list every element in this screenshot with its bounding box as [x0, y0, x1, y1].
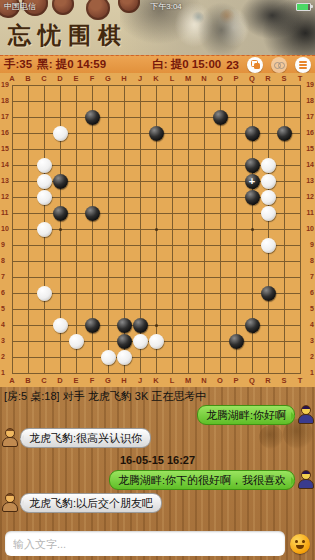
avatar: [2, 428, 17, 446]
coord-letter: M: [180, 376, 196, 385]
coord-number: 16: [306, 125, 314, 141]
star-point: [251, 228, 254, 231]
coord-number: 2: [306, 349, 314, 365]
coord-number: 19: [306, 77, 314, 93]
coord-number: 13: [1, 173, 9, 189]
coord-letter: S: [276, 376, 292, 385]
star-point: [59, 228, 62, 231]
chat-message-row: 龙虎飞豹:很高兴认识你: [2, 428, 313, 448]
black-stone-H4: [117, 318, 132, 333]
white-stone-J3: [133, 334, 148, 349]
black-stone-Q12: [245, 190, 260, 205]
black-stone-F17: [85, 110, 100, 125]
black-stone-O17: [213, 110, 228, 125]
black-stone-J4: [133, 318, 148, 333]
coord-letter: L: [164, 74, 180, 83]
coord-letter: H: [116, 376, 132, 385]
coord-letter: H: [116, 74, 132, 83]
coord-letter: C: [36, 74, 52, 83]
coord-letter: E: [68, 376, 84, 385]
coord-number: 15: [1, 141, 9, 157]
coord-letter: C: [36, 376, 52, 385]
coord-letter: J: [132, 74, 148, 83]
coord-letter: B: [20, 74, 36, 83]
byoyomi-countdown: 23: [226, 59, 239, 71]
coord-number: 19: [1, 77, 9, 93]
coord-number: 6: [1, 285, 9, 301]
coord-number: 4: [1, 317, 9, 333]
header: 中国电信 下午3:04 忘忧围棋: [0, 0, 315, 55]
coord-number: 3: [306, 333, 314, 349]
white-stone-K3: [149, 334, 164, 349]
coord-number: 3: [1, 333, 9, 349]
coord-number: 8: [1, 253, 9, 269]
coord-letter: F: [84, 74, 100, 83]
coord-letter: D: [52, 376, 68, 385]
black-stone-Q13: +: [245, 174, 260, 189]
avatar: [298, 405, 313, 423]
white-stone-R9: [261, 238, 276, 253]
black-stone-S16: [277, 126, 292, 141]
coord-number: 10: [306, 221, 314, 237]
room-status-line: [房:5 桌:18] 对手 龙虎飞豹 3K 正在思考中: [0, 387, 315, 404]
chat-message-row: 龙虎飞豹:以后交个朋友吧: [2, 493, 313, 513]
coord-letter: K: [148, 376, 164, 385]
star-point: [155, 324, 158, 327]
white-clock-label: 白: 提0 15:00: [152, 57, 221, 72]
coord-number: 5: [306, 301, 314, 317]
chat-bubble: 龙虎飞豹:以后交个朋友吧: [20, 493, 162, 513]
coord-letter: E: [68, 74, 84, 83]
coord-number: 6: [306, 285, 314, 301]
battery-icon: [296, 3, 311, 11]
coord-number: 17: [1, 109, 9, 125]
coord-letter: M: [180, 74, 196, 83]
coord-number: 9: [1, 237, 9, 253]
black-stone-P3: [229, 334, 244, 349]
coord-number: 15: [306, 141, 314, 157]
black-stone-Q4: [245, 318, 260, 333]
go-board-area: ABCDEFGHJKLMNOPQRST 19181716151413121110…: [0, 73, 315, 387]
coord-letter: O: [212, 376, 228, 385]
black-stone-D13: [53, 174, 68, 189]
white-stone-D16: [53, 126, 68, 141]
white-stone-C6: [37, 286, 52, 301]
black-stone-H3: [117, 334, 132, 349]
game-info-bar: 手:35 黑: 提0 14:59 白: 提0 15:00 23: [0, 55, 315, 73]
coord-number: 12: [306, 189, 314, 205]
black-stone-Q14: [245, 158, 260, 173]
white-stone-E3: [69, 334, 84, 349]
coord-number: 17: [306, 109, 314, 125]
coord-letter: N: [196, 376, 212, 385]
coord-letter: P: [228, 74, 244, 83]
link-button-disabled: [271, 57, 287, 73]
coord-number: 9: [306, 237, 314, 253]
white-stone-C12: [37, 190, 52, 205]
coord-number: 11: [1, 205, 9, 221]
clock-label: 下午3:04: [150, 1, 182, 12]
coord-number: 5: [1, 301, 9, 317]
black-clock-label: 黑: 提0 14:59: [37, 57, 106, 72]
coord-letter: Q: [244, 74, 260, 83]
coord-number: 2: [1, 349, 9, 365]
star-point: [155, 228, 158, 231]
coord-number: 13: [306, 173, 314, 189]
white-stone-G2: [101, 350, 116, 365]
coord-letter: T: [292, 376, 308, 385]
coord-number: 8: [306, 253, 314, 269]
coord-letter: O: [212, 74, 228, 83]
avatar-torso: [298, 479, 314, 489]
chat-panel: [房:5 桌:18] 对手 龙虎飞豹 3K 正在思考中 龙腾湖畔:你好啊龙虎飞豹…: [0, 387, 315, 560]
coord-letter: A: [4, 376, 20, 385]
app-window: 中国电信 下午3:04 忘忧围棋 手:35 黑: 提0 14:59 白: 提0 …: [0, 0, 315, 560]
emoji-button[interactable]: [290, 534, 310, 554]
black-stone-F11: [85, 206, 100, 221]
coord-number: 12: [1, 189, 9, 205]
chat-bubble: 龙腾湖畔:你好啊: [197, 405, 295, 425]
menu-button[interactable]: [295, 57, 311, 73]
status-bar: 中国电信 下午3:04: [0, 0, 315, 13]
chat-input-row: [0, 531, 315, 556]
app-title: 忘忧围棋: [8, 20, 128, 51]
coord-letter: G: [100, 376, 116, 385]
chat-text-input[interactable]: [5, 531, 285, 556]
white-stone-R11: [261, 206, 276, 221]
white-stone-D4: [53, 318, 68, 333]
coord-letter: D: [52, 74, 68, 83]
coord-number: 10: [1, 221, 9, 237]
coord-number: 18: [1, 93, 9, 109]
white-stone-R14: [261, 158, 276, 173]
white-stone-H2: [117, 350, 132, 365]
coord-letter: G: [100, 74, 116, 83]
chat-bubble: 龙腾湖畔:你下的很好啊，我很喜欢: [109, 470, 295, 490]
black-stone-F4: [85, 318, 100, 333]
coord-number: 16: [1, 125, 9, 141]
avatar: [298, 470, 313, 488]
coord-number: 14: [306, 157, 314, 173]
carrier-label: 中国电信: [4, 1, 36, 12]
coord-letter: N: [196, 74, 212, 83]
coord-number: 4: [306, 317, 314, 333]
coord-letter: Q: [244, 376, 260, 385]
coord-number: 7: [1, 269, 9, 285]
coord-letter: P: [228, 376, 244, 385]
move-number-label: 手:35: [4, 57, 32, 72]
last-move-marker: +: [245, 174, 260, 189]
white-stone-C13: [37, 174, 52, 189]
coord-letter: B: [20, 376, 36, 385]
coord-number: 14: [1, 157, 9, 173]
avatar-torso: [298, 414, 314, 424]
coord-letter: L: [164, 376, 180, 385]
coord-letter: S: [276, 74, 292, 83]
go-board-grid[interactable]: +: [12, 85, 301, 374]
black-stone-D11: [53, 206, 68, 221]
black-stone-K16: [149, 126, 164, 141]
coord-letter: F: [84, 376, 100, 385]
avatar: [2, 493, 17, 511]
white-stone-C14: [37, 158, 52, 173]
chat-bubble: 龙虎飞豹:很高兴认识你: [20, 428, 151, 448]
coord-numbers-right: 19181716151413121110987654321: [306, 77, 314, 381]
coord-letters-bottom: ABCDEFGHJKLMNOPQRST: [4, 376, 308, 385]
white-stone-C10: [37, 222, 52, 237]
coord-letter: K: [148, 74, 164, 83]
chat-message-row: 龙腾湖畔:你好啊: [2, 405, 313, 425]
coord-letter: R: [260, 74, 276, 83]
black-stone-Q16: [245, 126, 260, 141]
chat-messages: 龙腾湖畔:你好啊龙虎飞豹:很高兴认识你16-05-15 16:27龙腾湖畔:你下…: [0, 404, 315, 514]
coord-numbers-left: 19181716151413121110987654321: [1, 77, 9, 381]
white-stone-R12: [261, 190, 276, 205]
coord-number: 18: [306, 93, 314, 109]
snapshot-button[interactable]: [247, 57, 263, 73]
coord-letter: R: [260, 376, 276, 385]
coord-number: 7: [306, 269, 314, 285]
chat-timestamp: 16-05-15 16:27: [2, 451, 313, 467]
coord-letter: J: [132, 376, 148, 385]
coord-letters-top: ABCDEFGHJKLMNOPQRST: [4, 74, 308, 83]
chat-message-row: 龙腾湖畔:你下的很好啊，我很喜欢: [2, 470, 313, 490]
coord-number: 11: [306, 205, 314, 221]
black-stone-R6: [261, 286, 276, 301]
white-stone-R13: [261, 174, 276, 189]
